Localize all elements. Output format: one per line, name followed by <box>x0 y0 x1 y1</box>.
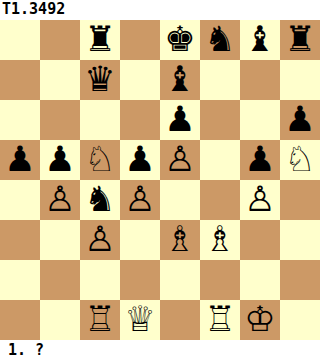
square-c4[interactable]: ♞ <box>80 180 120 220</box>
square-b3[interactable] <box>40 220 80 260</box>
square-a7[interactable] <box>0 60 40 100</box>
square-f3[interactable]: ♗ <box>200 220 240 260</box>
square-e5[interactable]: ♙ <box>160 140 200 180</box>
evaluation-label: T1.3492 <box>0 0 320 20</box>
square-f8[interactable]: ♞ <box>200 20 240 60</box>
white-rook-icon[interactable]: ♖ <box>84 300 115 339</box>
square-h1[interactable] <box>280 300 320 340</box>
square-e4[interactable] <box>160 180 200 220</box>
black-queen-icon[interactable]: ♛ <box>84 60 115 99</box>
black-knight-icon[interactable]: ♞ <box>84 180 115 219</box>
square-e1[interactable] <box>160 300 200 340</box>
square-e6[interactable]: ♟ <box>160 100 200 140</box>
square-f6[interactable] <box>200 100 240 140</box>
square-b1[interactable] <box>40 300 80 340</box>
black-pawn-icon[interactable]: ♟ <box>244 140 275 179</box>
square-g2[interactable] <box>240 260 280 300</box>
square-d4[interactable]: ♙ <box>120 180 160 220</box>
square-g6[interactable] <box>240 100 280 140</box>
white-pawn-icon[interactable]: ♙ <box>164 140 195 179</box>
black-bishop-icon[interactable]: ♝ <box>244 20 275 59</box>
black-rook-icon[interactable]: ♜ <box>284 20 315 59</box>
black-knight-icon[interactable]: ♞ <box>204 20 235 59</box>
square-d5[interactable]: ♟ <box>120 140 160 180</box>
square-g8[interactable]: ♝ <box>240 20 280 60</box>
white-rook-icon[interactable]: ♖ <box>204 300 235 339</box>
square-c7[interactable]: ♛ <box>80 60 120 100</box>
square-h2[interactable] <box>280 260 320 300</box>
white-knight-icon[interactable]: ♘ <box>84 140 115 179</box>
square-e7[interactable]: ♝ <box>160 60 200 100</box>
white-bishop-icon[interactable]: ♗ <box>164 220 195 259</box>
square-b2[interactable] <box>40 260 80 300</box>
white-pawn-icon[interactable]: ♙ <box>244 180 275 219</box>
square-c1[interactable]: ♖ <box>80 300 120 340</box>
white-queen-icon[interactable]: ♕ <box>124 300 155 339</box>
square-g4[interactable]: ♙ <box>240 180 280 220</box>
square-b4[interactable]: ♙ <box>40 180 80 220</box>
square-a6[interactable] <box>0 100 40 140</box>
square-e8[interactable]: ♚ <box>160 20 200 60</box>
square-c3[interactable]: ♙ <box>80 220 120 260</box>
square-a8[interactable] <box>0 20 40 60</box>
black-bishop-icon[interactable]: ♝ <box>164 60 195 99</box>
white-knight-icon[interactable]: ♘ <box>284 140 315 179</box>
square-d6[interactable] <box>120 100 160 140</box>
square-d2[interactable] <box>120 260 160 300</box>
black-pawn-icon[interactable]: ♟ <box>284 100 315 139</box>
square-h5[interactable]: ♘ <box>280 140 320 180</box>
black-pawn-icon[interactable]: ♟ <box>4 140 35 179</box>
square-a1[interactable] <box>0 300 40 340</box>
square-h3[interactable] <box>280 220 320 260</box>
black-pawn-icon[interactable]: ♟ <box>164 100 195 139</box>
white-pawn-icon[interactable]: ♙ <box>84 220 115 259</box>
black-rook-icon[interactable]: ♜ <box>84 20 115 59</box>
chess-board: ♜♚♞♝♜♛♝♟♟♟♟♘♟♙♟♘♙♞♙♙♙♗♗♖♕♖♔ <box>0 20 320 340</box>
square-c2[interactable] <box>80 260 120 300</box>
square-e2[interactable] <box>160 260 200 300</box>
square-a5[interactable]: ♟ <box>0 140 40 180</box>
square-d1[interactable]: ♕ <box>120 300 160 340</box>
square-g7[interactable] <box>240 60 280 100</box>
square-d3[interactable] <box>120 220 160 260</box>
square-h7[interactable] <box>280 60 320 100</box>
black-king-icon[interactable]: ♚ <box>164 20 195 59</box>
black-pawn-icon[interactable]: ♟ <box>124 140 155 179</box>
square-f5[interactable] <box>200 140 240 180</box>
square-f4[interactable] <box>200 180 240 220</box>
square-a3[interactable] <box>0 220 40 260</box>
square-c8[interactable]: ♜ <box>80 20 120 60</box>
square-g3[interactable] <box>240 220 280 260</box>
square-c5[interactable]: ♘ <box>80 140 120 180</box>
square-b7[interactable] <box>40 60 80 100</box>
square-h4[interactable] <box>280 180 320 220</box>
square-e3[interactable]: ♗ <box>160 220 200 260</box>
square-f7[interactable] <box>200 60 240 100</box>
square-g1[interactable]: ♔ <box>240 300 280 340</box>
white-pawn-icon[interactable]: ♙ <box>124 180 155 219</box>
square-f1[interactable]: ♖ <box>200 300 240 340</box>
square-a4[interactable] <box>0 180 40 220</box>
square-h6[interactable]: ♟ <box>280 100 320 140</box>
square-f2[interactable] <box>200 260 240 300</box>
square-h8[interactable]: ♜ <box>280 20 320 60</box>
white-king-icon[interactable]: ♔ <box>244 300 275 339</box>
square-a2[interactable] <box>0 260 40 300</box>
square-g5[interactable]: ♟ <box>240 140 280 180</box>
square-b6[interactable] <box>40 100 80 140</box>
black-pawn-icon[interactable]: ♟ <box>44 140 75 179</box>
move-prompt-label: 1. ? <box>0 340 320 360</box>
white-pawn-icon[interactable]: ♙ <box>44 180 75 219</box>
square-d8[interactable] <box>120 20 160 60</box>
square-b5[interactable]: ♟ <box>40 140 80 180</box>
square-d7[interactable] <box>120 60 160 100</box>
chess-analysis-window: T1.3492 ♜♚♞♝♜♛♝♟♟♟♟♘♟♙♟♘♙♞♙♙♙♗♗♖♕♖♔ 1. ? <box>0 0 320 360</box>
white-bishop-icon[interactable]: ♗ <box>204 220 235 259</box>
square-b8[interactable] <box>40 20 80 60</box>
square-c6[interactable] <box>80 100 120 140</box>
